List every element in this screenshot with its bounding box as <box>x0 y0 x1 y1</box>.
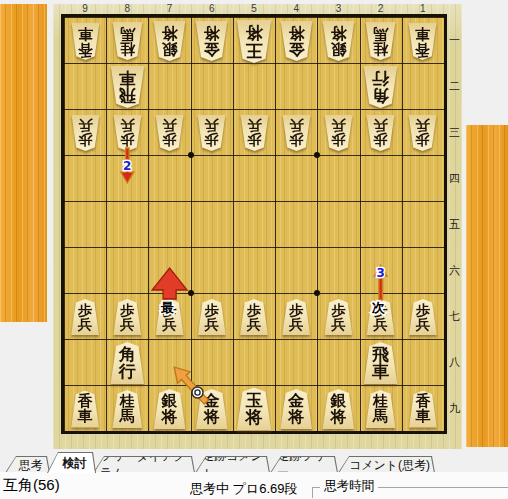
piece-8c[interactable]: 歩兵 <box>113 115 142 151</box>
piece-8h[interactable]: 角行 <box>110 342 145 384</box>
piece-3g[interactable]: 歩兵 <box>324 299 353 335</box>
piece-3a[interactable]: 銀将 <box>322 21 355 61</box>
wood-background-left <box>0 4 47 322</box>
piece-4g[interactable]: 歩兵 <box>282 299 311 335</box>
tab-joseki-tree-label: 定跡ツリー <box>271 457 337 473</box>
piece-5a[interactable]: 王将 <box>236 20 272 63</box>
file-label-3: 3 <box>328 3 348 14</box>
rank-label-4: 四 <box>447 171 462 186</box>
piece-7a[interactable]: 銀将 <box>153 21 186 61</box>
hoshi-dot <box>188 290 194 296</box>
piece-6i[interactable]: 金将 <box>195 389 228 429</box>
piece-3c[interactable]: 歩兵 <box>324 115 353 151</box>
rank-label-5: 五 <box>447 217 462 232</box>
rank-label-9: 九 <box>447 401 462 416</box>
piece-6c[interactable]: 歩兵 <box>197 115 226 151</box>
piece-3i[interactable]: 銀将 <box>322 389 355 429</box>
file-label-6: 6 <box>202 3 222 14</box>
tab-kentou-label: 検討 <box>48 453 95 473</box>
piece-1i[interactable]: 香車 <box>408 391 437 428</box>
engine-thinking-text: 思考中 プロ6.69段 <box>190 480 298 498</box>
piece-1a[interactable]: 香車 <box>408 23 437 60</box>
piece-8a[interactable]: 桂馬 <box>112 22 143 60</box>
piece-4a[interactable]: 金将 <box>280 21 313 61</box>
piece-8b[interactable]: 飛車 <box>110 66 145 108</box>
piece-2c[interactable]: 歩兵 <box>366 115 395 151</box>
piece-4i[interactable]: 金将 <box>280 389 313 429</box>
piece-7i[interactable]: 銀将 <box>153 389 186 429</box>
tab-comment-shikou-label: コメント(思考) <box>339 457 434 473</box>
rank-label-6: 六 <box>447 263 462 278</box>
file-label-1: 1 <box>413 3 433 14</box>
piece-2a[interactable]: 桂馬 <box>365 22 396 60</box>
file-label-2: 2 <box>371 3 391 14</box>
tab-comment-shikou[interactable]: コメント(思考) <box>338 456 435 473</box>
piece-8i[interactable]: 桂馬 <box>112 390 143 428</box>
rank-label-1: 一 <box>447 33 462 48</box>
piece-2i[interactable]: 桂馬 <box>365 390 396 428</box>
piece-6a[interactable]: 金将 <box>195 21 228 61</box>
hoshi-dot <box>188 152 194 158</box>
rank-label-8: 八 <box>447 355 462 370</box>
tab-shikou[interactable]: 思考 <box>5 456 50 473</box>
piece-7c[interactable]: 歩兵 <box>155 115 184 151</box>
thinking-time-group-label: 思考時間 <box>320 478 378 495</box>
piece-1c[interactable]: 歩兵 <box>408 115 437 151</box>
tab-joseki-comment[interactable]: 定跡コメント <box>195 456 270 473</box>
piece-5c[interactable]: 歩兵 <box>240 115 269 151</box>
tab-shikou-label: 思考 <box>6 457 49 473</box>
tab-joseki-tree[interactable]: 定跡ツリー <box>270 456 338 473</box>
piece-8g[interactable]: 歩兵 <box>113 299 142 335</box>
piece-6g[interactable]: 歩兵 <box>197 299 226 335</box>
tab-joseki-comment-label: 定跡コメント <box>196 457 269 473</box>
evaluation-text: 互角(56) <box>3 476 60 495</box>
file-label-9: 9 <box>75 3 95 14</box>
piece-5i[interactable]: 玉将 <box>236 388 272 431</box>
piece-4c[interactable]: 歩兵 <box>282 115 311 151</box>
piece-9c[interactable]: 歩兵 <box>71 115 100 151</box>
rank-label-2: 二 <box>447 79 462 94</box>
file-label-5: 5 <box>244 3 264 14</box>
file-label-7: 7 <box>160 3 180 14</box>
rank-label-7: 七 <box>447 309 462 324</box>
piece-9i[interactable]: 香車 <box>71 391 100 428</box>
hoshi-dot <box>314 290 320 296</box>
piece-2b[interactable]: 角行 <box>363 66 398 108</box>
piece-2h[interactable]: 飛車 <box>363 342 398 384</box>
piece-1g[interactable]: 歩兵 <box>408 299 437 335</box>
hoshi-dot <box>314 152 320 158</box>
tab-tree-diagram[interactable]: ツリーダイアグラム <box>93 456 195 473</box>
shogi-analysis-window: 987654321 一二三四五六七八九 香車桂馬銀将金将王将金将銀将桂馬香車飛車… <box>0 0 508 499</box>
piece-2g[interactable]: 歩兵 <box>366 299 395 335</box>
piece-9g[interactable]: 歩兵 <box>71 299 100 335</box>
tab-kentou[interactable]: 検討 <box>47 452 96 473</box>
piece-9a[interactable]: 香車 <box>71 23 100 60</box>
file-label-4: 4 <box>286 3 306 14</box>
piece-5g[interactable]: 歩兵 <box>240 299 269 335</box>
rank-label-3: 三 <box>447 125 462 140</box>
status-bar: 互角(56) 思考中 プロ6.69段 思考時間 <box>0 472 508 499</box>
piece-7g[interactable]: 歩兵 <box>155 299 184 335</box>
file-label-8: 8 <box>117 3 137 14</box>
wood-background-right <box>466 125 508 447</box>
tab-tree-diagram-label: ツリーダイアグラム <box>94 457 194 473</box>
